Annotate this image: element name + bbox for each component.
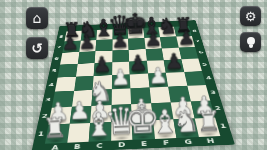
rank-label-6: 6	[54, 57, 60, 61]
rank-label-7: 7	[195, 39, 201, 43]
square-h7[interactable]: ♟	[176, 36, 195, 48]
chess-app-screen: ♜♞♝♛♚♝♞♜♟♟♟♟♟♟♟♟♟♟♞♟♟♟♟♟♟♜♝♛♚♝♞♜ 8765432…	[0, 0, 267, 150]
rank-label-4: 4	[206, 76, 212, 81]
file-label-g: G	[184, 139, 193, 146]
piece-white-rook-h1[interactable]: ♜	[196, 108, 222, 136]
file-label-c: C	[96, 142, 103, 149]
piece-white-pawn-f4[interactable]: ♟	[148, 65, 168, 88]
square-f4[interactable]: ♟	[148, 73, 168, 88]
home-button[interactable]: ⌂	[26, 7, 48, 29]
gear-icon: ⚙	[245, 9, 257, 24]
square-d7[interactable]: ♟	[112, 39, 129, 51]
undo-button[interactable]: ↺	[26, 37, 48, 59]
square-d4[interactable]: ♟	[111, 74, 130, 89]
file-label-e: E	[141, 141, 148, 148]
square-e4[interactable]	[130, 74, 149, 89]
piece-black-pawn-d7[interactable]: ♟	[111, 30, 129, 50]
square-b7[interactable]: ♟	[79, 40, 96, 52]
piece-black-pawn-f7[interactable]: ♟	[144, 29, 162, 49]
piece-white-pawn-d4[interactable]: ♟	[110, 66, 130, 89]
file-label-h: H	[206, 138, 215, 145]
square-a4[interactable]	[55, 77, 76, 92]
piece-black-pawn-h7[interactable]: ♟	[177, 27, 195, 47]
square-h5[interactable]	[181, 59, 202, 73]
square-e5[interactable]: ♟	[129, 61, 148, 75]
settings-button[interactable]: ⚙	[240, 6, 261, 26]
square-f7[interactable]: ♟	[144, 37, 162, 49]
undo-rotate-icon: ↺	[31, 40, 43, 56]
piece-black-pawn-c5[interactable]: ♟	[92, 54, 112, 76]
piece-black-pawn-a7[interactable]: ♟	[61, 32, 79, 52]
square-d6[interactable]	[112, 50, 129, 63]
lightbulb-icon	[247, 37, 255, 45]
piece-black-pawn-b7[interactable]: ♟	[78, 32, 96, 52]
piece-black-pawn-e5[interactable]: ♟	[128, 52, 148, 74]
square-h1[interactable]: ♜	[194, 117, 220, 137]
file-label-b: B	[74, 143, 81, 150]
home-icon: ⌂	[33, 10, 42, 26]
file-label-f: F	[163, 140, 170, 147]
square-f6[interactable]	[145, 48, 163, 61]
file-label-d: D	[118, 141, 125, 148]
rank-label-5: 5	[51, 69, 57, 73]
square-e7[interactable]	[128, 38, 145, 50]
board-squares: ♜♞♝♛♚♝♞♜♟♟♟♟♟♟♟♟♟♟♞♟♟♟♟♟♟♜♝♛♚♝♞♜	[45, 26, 220, 144]
square-c7[interactable]	[96, 39, 113, 51]
rank-label-5: 5	[202, 62, 208, 66]
rank-label-6: 6	[198, 50, 204, 54]
square-a1[interactable]: ♜	[45, 124, 69, 144]
hint-button[interactable]	[240, 32, 261, 52]
file-label-a: A	[51, 144, 59, 150]
square-g1[interactable]: ♞	[173, 118, 198, 138]
square-a6[interactable]	[60, 52, 79, 65]
rank-label-4: 4	[48, 82, 54, 87]
square-a5[interactable]	[58, 64, 78, 78]
piece-white-rook-a1[interactable]: ♜	[43, 115, 69, 143]
